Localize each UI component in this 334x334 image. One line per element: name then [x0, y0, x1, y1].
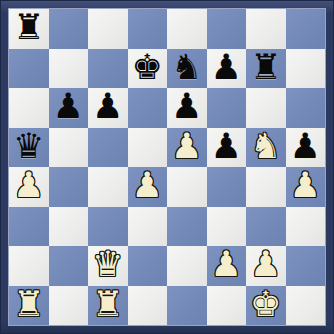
- black-rook[interactable]: ♜: [250, 49, 281, 87]
- square-b7[interactable]: [49, 49, 89, 89]
- square-d7[interactable]: ♚: [128, 49, 168, 89]
- square-e1[interactable]: [167, 286, 207, 326]
- black-pawn[interactable]: ♟: [211, 49, 242, 87]
- square-e7[interactable]: ♞: [167, 49, 207, 89]
- square-c5[interactable]: [88, 128, 128, 168]
- square-c3[interactable]: [88, 207, 128, 247]
- square-b8[interactable]: [49, 9, 89, 49]
- square-g7[interactable]: ♜: [246, 49, 286, 89]
- square-f2[interactable]: ♟: [207, 246, 247, 286]
- square-f5[interactable]: ♟: [207, 128, 247, 168]
- square-e6[interactable]: ♟: [167, 88, 207, 128]
- square-g4[interactable]: [246, 167, 286, 207]
- square-a4[interactable]: ♟: [9, 167, 49, 207]
- square-d5[interactable]: [128, 128, 168, 168]
- square-b6[interactable]: ♟: [49, 88, 89, 128]
- white-pawn[interactable]: ♟: [290, 167, 321, 205]
- square-f3[interactable]: [207, 207, 247, 247]
- square-b1[interactable]: [49, 286, 89, 326]
- square-d6[interactable]: [128, 88, 168, 128]
- black-pawn[interactable]: ♟: [290, 128, 321, 166]
- square-g1[interactable]: ♚: [246, 286, 286, 326]
- square-e2[interactable]: [167, 246, 207, 286]
- black-rook[interactable]: ♜: [13, 9, 44, 47]
- white-pawn[interactable]: ♟: [250, 246, 281, 284]
- square-g2[interactable]: ♟: [246, 246, 286, 286]
- square-h7[interactable]: [286, 49, 326, 89]
- square-d3[interactable]: [128, 207, 168, 247]
- square-c6[interactable]: ♟: [88, 88, 128, 128]
- white-knight[interactable]: ♞: [250, 128, 281, 166]
- black-pawn[interactable]: ♟: [211, 128, 242, 166]
- square-e8[interactable]: [167, 9, 207, 49]
- square-e5[interactable]: ♟: [167, 128, 207, 168]
- square-c4[interactable]: [88, 167, 128, 207]
- white-rook[interactable]: ♜: [92, 286, 123, 324]
- black-pawn[interactable]: ♟: [53, 88, 84, 126]
- square-h2[interactable]: [286, 246, 326, 286]
- black-pawn[interactable]: ♟: [171, 88, 202, 126]
- white-pawn[interactable]: ♟: [13, 167, 44, 205]
- square-b3[interactable]: [49, 207, 89, 247]
- square-a5[interactable]: ♛: [9, 128, 49, 168]
- square-c7[interactable]: [88, 49, 128, 89]
- square-h5[interactable]: ♟: [286, 128, 326, 168]
- square-a3[interactable]: [9, 207, 49, 247]
- square-b2[interactable]: [49, 246, 89, 286]
- square-a1[interactable]: ♜: [9, 286, 49, 326]
- square-d4[interactable]: ♟: [128, 167, 168, 207]
- square-f1[interactable]: [207, 286, 247, 326]
- white-queen[interactable]: ♛: [92, 246, 123, 284]
- board-frame: ♜♚♞♟♜♟♟♟♛♟♟♞♟♟♟♟♛♟♟♜♜♚: [0, 0, 334, 334]
- square-a6[interactable]: [9, 88, 49, 128]
- square-a2[interactable]: [9, 246, 49, 286]
- white-king[interactable]: ♚: [250, 286, 281, 324]
- black-pawn[interactable]: ♟: [92, 88, 123, 126]
- square-h3[interactable]: [286, 207, 326, 247]
- square-g6[interactable]: [246, 88, 286, 128]
- square-g8[interactable]: [246, 9, 286, 49]
- square-d2[interactable]: [128, 246, 168, 286]
- white-pawn[interactable]: ♟: [211, 246, 242, 284]
- black-knight[interactable]: ♞: [171, 49, 202, 87]
- square-d8[interactable]: [128, 9, 168, 49]
- white-pawn[interactable]: ♟: [171, 128, 202, 166]
- square-h1[interactable]: [286, 286, 326, 326]
- square-g3[interactable]: [246, 207, 286, 247]
- chess-board: ♜♚♞♟♜♟♟♟♛♟♟♞♟♟♟♟♛♟♟♜♜♚: [9, 9, 325, 325]
- white-rook[interactable]: ♜: [13, 286, 44, 324]
- black-king[interactable]: ♚: [132, 49, 163, 87]
- square-c8[interactable]: [88, 9, 128, 49]
- square-g5[interactable]: ♞: [246, 128, 286, 168]
- square-e4[interactable]: [167, 167, 207, 207]
- square-b5[interactable]: [49, 128, 89, 168]
- square-c1[interactable]: ♜: [88, 286, 128, 326]
- square-a7[interactable]: [9, 49, 49, 89]
- square-f6[interactable]: [207, 88, 247, 128]
- square-h6[interactable]: [286, 88, 326, 128]
- square-b4[interactable]: [49, 167, 89, 207]
- square-a8[interactable]: ♜: [9, 9, 49, 49]
- square-d1[interactable]: [128, 286, 168, 326]
- square-f8[interactable]: [207, 9, 247, 49]
- square-f7[interactable]: ♟: [207, 49, 247, 89]
- square-c2[interactable]: ♛: [88, 246, 128, 286]
- square-f4[interactable]: [207, 167, 247, 207]
- square-e3[interactable]: [167, 207, 207, 247]
- square-h8[interactable]: [286, 9, 326, 49]
- black-queen[interactable]: ♛: [13, 128, 44, 166]
- square-h4[interactable]: ♟: [286, 167, 326, 207]
- white-pawn[interactable]: ♟: [132, 167, 163, 205]
